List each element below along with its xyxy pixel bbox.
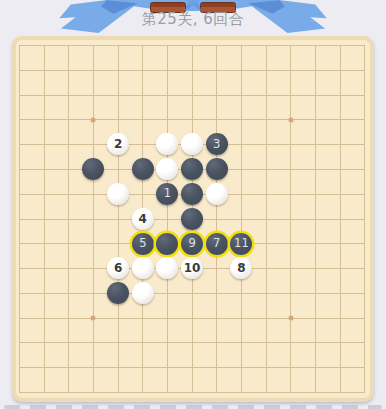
white-stone-move-10: 10 [181, 257, 203, 279]
star-point [288, 117, 293, 122]
black-stone [107, 282, 129, 304]
white-stone [156, 257, 178, 279]
white-stone-move-4: 4 [132, 208, 154, 230]
move-number: 1 [164, 188, 171, 200]
black-stone [181, 183, 203, 205]
black-stone-move-7: 7 [206, 233, 228, 255]
black-stone-move-9: 9 [181, 233, 203, 255]
board-grid[interactable]: 2314597116108 [19, 45, 365, 393]
black-stone [156, 233, 178, 255]
black-stone [206, 158, 228, 180]
black-stone [82, 158, 104, 180]
move-number: 7 [213, 238, 220, 250]
black-stone-move-1: 1 [156, 183, 178, 205]
black-stone-move-5: 5 [132, 233, 154, 255]
move-number: 9 [188, 238, 195, 250]
move-number: 10 [184, 262, 201, 274]
cropped-bottom-ui [4, 405, 382, 409]
star-point [91, 117, 96, 122]
white-stone-move-2: 2 [107, 133, 129, 155]
board-panel: 2314597116108 [12, 36, 374, 402]
move-number: 2 [114, 138, 122, 150]
white-stone-move-6: 6 [107, 257, 129, 279]
star-point [288, 315, 293, 320]
white-stone-move-8: 8 [230, 257, 252, 279]
white-stone [156, 158, 178, 180]
move-number: 4 [139, 213, 147, 225]
black-stone-move-3: 3 [206, 133, 228, 155]
level-banner: 第25关, 6回合 [0, 0, 386, 36]
black-stone-move-11: 11 [230, 233, 252, 255]
move-number: 8 [237, 262, 245, 274]
move-number: 5 [139, 238, 146, 250]
white-stone [132, 282, 154, 304]
move-number: 3 [213, 139, 220, 151]
black-stone [181, 158, 203, 180]
level-title: 第25关, 6回合 [0, 11, 386, 28]
move-number: 6 [114, 262, 122, 274]
white-stone [107, 183, 129, 205]
white-stone [206, 183, 228, 205]
black-stone [132, 158, 154, 180]
move-number: 11 [234, 238, 249, 250]
black-stone [181, 208, 203, 230]
white-stone [132, 257, 154, 279]
star-point [91, 315, 96, 320]
white-stone [156, 133, 178, 155]
game-screen: 第25关, 6回合 2314597116108 [0, 0, 386, 409]
white-stone [181, 133, 203, 155]
